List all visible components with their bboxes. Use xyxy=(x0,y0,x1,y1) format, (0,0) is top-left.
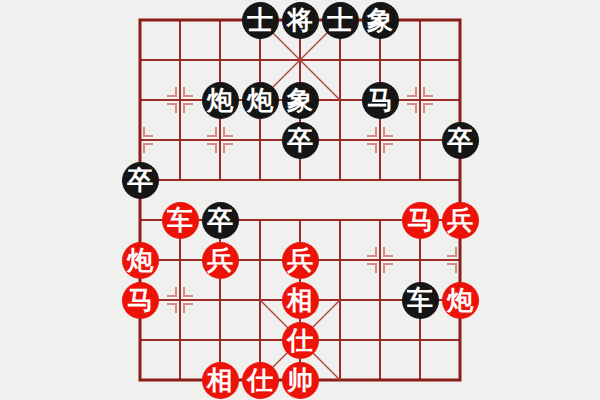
board-point-f4r4 xyxy=(280,160,320,200)
board-point-f0r2 xyxy=(120,80,160,120)
board-point-f0r8 xyxy=(120,320,160,360)
piece-red-elephant[interactable]: 相 xyxy=(282,282,319,319)
board-point-f4r5 xyxy=(280,200,320,240)
board-point-f8r1 xyxy=(440,40,480,80)
board-point-f3r3 xyxy=(240,120,280,160)
board-point-f1r9 xyxy=(160,360,200,400)
board-point-f7r9 xyxy=(400,360,440,400)
board-point-f1r2 xyxy=(160,80,200,120)
board-point-f6r3 xyxy=(360,120,400,160)
board-point-f2r3 xyxy=(200,120,240,160)
board-point-f6r5 xyxy=(360,200,400,240)
board-point-f5r6 xyxy=(320,240,360,280)
board-point-f3r8 xyxy=(240,320,280,360)
board-point-f4r3: 卒 xyxy=(280,120,320,160)
board-point-f5r8 xyxy=(320,320,360,360)
board-point-f3r5 xyxy=(240,200,280,240)
board-point-f0r0 xyxy=(120,0,160,40)
board-point-f7r6 xyxy=(400,240,440,280)
board-point-f1r0 xyxy=(160,0,200,40)
board-point-f7r2 xyxy=(400,80,440,120)
piece-black-chariot[interactable]: 车 xyxy=(402,282,439,319)
board-point-f0r9 xyxy=(120,360,160,400)
piece-black-general[interactable]: 将 xyxy=(282,2,319,39)
board-point-f4r7: 相 xyxy=(280,280,320,320)
board-point-f2r9: 相 xyxy=(200,360,240,400)
board-point-f0r4: 卒 xyxy=(120,160,160,200)
board-point-f4r0: 将 xyxy=(280,0,320,40)
board-point-f7r5: 马 xyxy=(400,200,440,240)
board-point-f3r6 xyxy=(240,240,280,280)
piece-black-soldier[interactable]: 卒 xyxy=(202,202,239,239)
piece-black-soldier[interactable]: 卒 xyxy=(442,122,479,159)
board-point-f5r9 xyxy=(320,360,360,400)
board-point-f2r8 xyxy=(200,320,240,360)
board-point-f5r4 xyxy=(320,160,360,200)
board-point-f6r1 xyxy=(360,40,400,80)
board-point-f7r4 xyxy=(400,160,440,200)
piece-red-soldier[interactable]: 兵 xyxy=(442,202,479,239)
board-point-f3r0: 士 xyxy=(240,0,280,40)
board-point-f0r1 xyxy=(120,40,160,80)
board-point-f3r4 xyxy=(240,160,280,200)
board-point-f6r7 xyxy=(360,280,400,320)
board-point-f7r1 xyxy=(400,40,440,80)
board-point-f2r4 xyxy=(200,160,240,200)
board-point-f4r6: 兵 xyxy=(280,240,320,280)
board-point-f4r2: 象 xyxy=(280,80,320,120)
board-point-f2r0 xyxy=(200,0,240,40)
board-point-f7r0 xyxy=(400,0,440,40)
board-point-f6r9 xyxy=(360,360,400,400)
piece-black-horse[interactable]: 马 xyxy=(362,82,399,119)
board-point-f8r6 xyxy=(440,240,480,280)
board-point-f1r3 xyxy=(160,120,200,160)
board-point-f1r6 xyxy=(160,240,200,280)
board-point-f8r7: 炮 xyxy=(440,280,480,320)
piece-black-elephant[interactable]: 象 xyxy=(362,2,399,39)
board-point-f2r6: 兵 xyxy=(200,240,240,280)
piece-black-cannon[interactable]: 炮 xyxy=(202,82,239,119)
piece-red-soldier[interactable]: 兵 xyxy=(202,242,239,279)
board-point-f0r7: 马 xyxy=(120,280,160,320)
piece-black-cannon[interactable]: 炮 xyxy=(242,82,279,119)
board-point-f1r5: 车 xyxy=(160,200,200,240)
board-point-f3r7 xyxy=(240,280,280,320)
piece-black-soldier[interactable]: 卒 xyxy=(122,162,159,199)
board-point-f6r0: 象 xyxy=(360,0,400,40)
board-point-f0r5 xyxy=(120,200,160,240)
board-point-f4r8: 仕 xyxy=(280,320,320,360)
board-point-f5r2 xyxy=(320,80,360,120)
board-point-f7r3 xyxy=(400,120,440,160)
board-point-f5r5 xyxy=(320,200,360,240)
piece-red-horse[interactable]: 马 xyxy=(402,202,439,239)
board-point-f7r7: 车 xyxy=(400,280,440,320)
board-point-f8r9 xyxy=(440,360,480,400)
board-point-f3r9: 仕 xyxy=(240,360,280,400)
board-point-f2r2: 炮 xyxy=(200,80,240,120)
board-point-f5r0: 士 xyxy=(320,0,360,40)
board-point-f8r4 xyxy=(440,160,480,200)
piece-red-soldier[interactable]: 兵 xyxy=(282,242,319,279)
board-points-layer: 士将士象炮炮象马卒卒卒车卒马兵炮兵兵马相车炮仕相仕帅 xyxy=(120,0,480,400)
board-point-f5r7 xyxy=(320,280,360,320)
board-point-f1r7 xyxy=(160,280,200,320)
board-point-f0r3 xyxy=(120,120,160,160)
xiangqi-board: 士将士象炮炮象马卒卒卒车卒马兵炮兵兵马相车炮仕相仕帅 xyxy=(0,0,600,400)
piece-red-horse[interactable]: 马 xyxy=(122,282,159,319)
piece-black-advisor[interactable]: 士 xyxy=(242,2,279,39)
piece-black-soldier[interactable]: 卒 xyxy=(282,122,319,159)
piece-red-elephant[interactable]: 相 xyxy=(202,362,239,399)
board-point-f1r1 xyxy=(160,40,200,80)
piece-red-chariot[interactable]: 车 xyxy=(162,202,199,239)
board-point-f8r8 xyxy=(440,320,480,360)
board-point-f7r8 xyxy=(400,320,440,360)
board-point-f3r2: 炮 xyxy=(240,80,280,120)
board-point-f4r9: 帅 xyxy=(280,360,320,400)
piece-red-general[interactable]: 帅 xyxy=(282,362,319,399)
board-point-f2r5: 卒 xyxy=(200,200,240,240)
board-point-f5r1 xyxy=(320,40,360,80)
piece-black-elephant[interactable]: 象 xyxy=(282,82,319,119)
piece-black-advisor[interactable]: 士 xyxy=(322,2,359,39)
piece-red-cannon[interactable]: 炮 xyxy=(122,242,159,279)
board-point-f5r3 xyxy=(320,120,360,160)
board-point-f3r1 xyxy=(240,40,280,80)
board-point-f8r0 xyxy=(440,0,480,40)
piece-red-cannon[interactable]: 炮 xyxy=(442,282,479,319)
board-point-f6r6 xyxy=(360,240,400,280)
board-point-f1r4 xyxy=(160,160,200,200)
board-point-f2r7 xyxy=(200,280,240,320)
board-point-f6r4 xyxy=(360,160,400,200)
board-point-f0r6: 炮 xyxy=(120,240,160,280)
board-point-f6r8 xyxy=(360,320,400,360)
board-point-f6r2: 马 xyxy=(360,80,400,120)
board-point-f8r3: 卒 xyxy=(440,120,480,160)
board-point-f8r5: 兵 xyxy=(440,200,480,240)
piece-red-advisor[interactable]: 仕 xyxy=(242,362,279,399)
board-point-f2r1 xyxy=(200,40,240,80)
board-point-f4r1 xyxy=(280,40,320,80)
board-point-f1r8 xyxy=(160,320,200,360)
board-point-f8r2 xyxy=(440,80,480,120)
piece-red-advisor[interactable]: 仕 xyxy=(282,322,319,359)
